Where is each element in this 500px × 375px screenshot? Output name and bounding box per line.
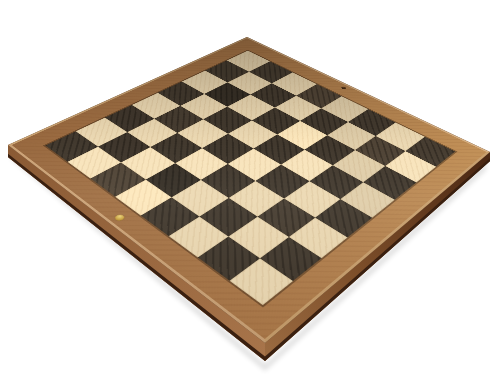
board-photo (0, 0, 500, 375)
brass-inlay-dot (113, 214, 126, 222)
frame-hole (341, 86, 347, 89)
